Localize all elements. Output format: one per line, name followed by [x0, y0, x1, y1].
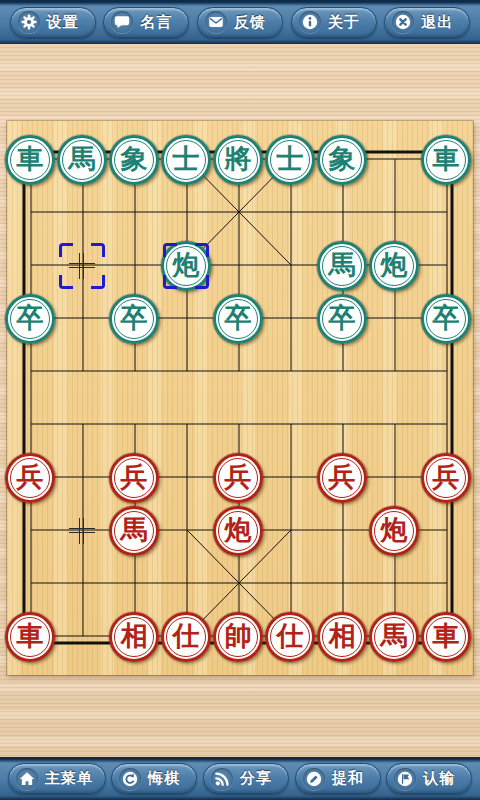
board-point-i3[interactable]: 卒	[420, 292, 472, 345]
piece-red-horse[interactable]: 馬	[369, 612, 419, 662]
board-point-b6[interactable]	[56, 451, 108, 504]
board-point-d3[interactable]	[160, 292, 212, 345]
piece-character: 炮	[225, 516, 252, 543]
topbar-button-label: 反馈	[234, 13, 266, 32]
board-point-a8[interactable]	[4, 557, 56, 610]
board-point-a3[interactable]: 卒	[4, 292, 56, 345]
topbar-button-label: 关于	[328, 13, 360, 32]
topbar-button-4[interactable]: 关于	[291, 7, 377, 38]
topbar-button-3[interactable]: 反馈	[197, 7, 283, 38]
topbar-button-2[interactable]: 名言	[103, 7, 189, 38]
piece-black-horse[interactable]: 馬	[317, 241, 367, 291]
piece-character: 兵	[17, 463, 44, 490]
piece-character: 馬	[381, 622, 408, 649]
board-point-c1[interactable]	[108, 186, 160, 239]
piece-character: 馬	[121, 516, 148, 543]
board-point-i9[interactable]: 車	[420, 610, 472, 663]
close-icon	[392, 11, 414, 33]
board-point-c9[interactable]: 相	[108, 610, 160, 663]
piece-black-advisor[interactable]: 士	[161, 135, 211, 185]
bottombar-button-5[interactable]: 认输	[386, 763, 472, 794]
board-point-c8[interactable]	[108, 557, 160, 610]
app-screen: 设置名言反馈关于退出 車馬象士將士象車炮馬炮卒卒卒卒卒兵兵兵兵兵馬炮炮車相仕帥仕…	[0, 0, 480, 800]
piece-red-elephant[interactable]: 相	[109, 612, 159, 662]
piece-black-soldier[interactable]: 卒	[109, 294, 159, 344]
board-point-e9[interactable]: 帥	[212, 610, 264, 663]
piece-character: 車	[433, 145, 460, 172]
board-point-f3[interactable]	[264, 292, 316, 345]
board-point-b8[interactable]	[56, 557, 108, 610]
piece-character: 相	[121, 622, 148, 649]
board-point-d9[interactable]: 仕	[160, 610, 212, 663]
piece-red-chariot[interactable]: 車	[421, 612, 471, 662]
speech-icon	[111, 11, 133, 33]
board-point-a9[interactable]: 車	[4, 610, 56, 663]
board-point-h6[interactable]	[368, 451, 420, 504]
bottom-toolbar: 主菜单悔棋分享提和认输	[0, 757, 480, 800]
undo-icon	[119, 768, 141, 790]
board-point-d7[interactable]	[160, 504, 212, 557]
board-point-c3[interactable]: 卒	[108, 292, 160, 345]
board-point-i7[interactable]	[420, 504, 472, 557]
piece-red-chariot[interactable]: 車	[5, 612, 55, 662]
pencil-icon	[303, 768, 325, 790]
piece-character: 車	[17, 622, 44, 649]
topbar-button-1[interactable]: 设置	[10, 7, 96, 38]
last-move-from-marker	[59, 243, 105, 289]
board-point-g5[interactable]	[316, 398, 368, 451]
board-point-d4[interactable]	[160, 345, 212, 398]
board-point-b7[interactable]	[56, 504, 108, 557]
piece-character: 馬	[69, 145, 96, 172]
bottombar-button-3[interactable]: 分享	[203, 763, 289, 794]
board-point-h5[interactable]	[368, 398, 420, 451]
crosshair-marker	[67, 251, 97, 281]
piece-character: 卒	[17, 304, 44, 331]
piece-black-elephant[interactable]: 象	[109, 135, 159, 185]
board-point-a7[interactable]	[4, 504, 56, 557]
board-point-f6[interactable]	[264, 451, 316, 504]
board-point-f4[interactable]	[264, 345, 316, 398]
rss-icon	[211, 768, 233, 790]
board-point-a6[interactable]: 兵	[4, 451, 56, 504]
board-point-f0[interactable]: 士	[264, 133, 316, 186]
board-point-h1[interactable]	[368, 186, 420, 239]
board-point-b0[interactable]: 馬	[56, 133, 108, 186]
piece-character: 將	[225, 145, 252, 172]
board-point-h9[interactable]: 馬	[368, 610, 420, 663]
board-point-e7[interactable]: 炮	[212, 504, 264, 557]
bottombar-button-label: 提和	[332, 769, 364, 788]
board-point-e8[interactable]	[212, 557, 264, 610]
piece-red-soldier[interactable]: 兵	[109, 453, 159, 503]
board-point-g1[interactable]	[316, 186, 368, 239]
piece-character: 炮	[173, 251, 200, 278]
piece-red-horse[interactable]: 馬	[109, 506, 159, 556]
board-point-b1[interactable]	[56, 186, 108, 239]
topbar-button-label: 退出	[421, 13, 453, 32]
board-point-g8[interactable]	[316, 557, 368, 610]
bottombar-button-label: 分享	[240, 769, 272, 788]
piece-character: 帥	[225, 622, 252, 649]
piece-character: 相	[329, 622, 356, 649]
board-point-h2[interactable]: 炮	[368, 239, 420, 292]
topbar-button-5[interactable]: 退出	[384, 7, 470, 38]
piece-character: 仕	[173, 622, 200, 649]
xiangqi-board[interactable]: 車馬象士將士象車炮馬炮卒卒卒卒卒兵兵兵兵兵馬炮炮車相仕帥仕相馬車	[7, 121, 473, 675]
board-point-d2[interactable]: 炮	[160, 239, 212, 292]
piece-character: 兵	[121, 463, 148, 490]
board-point-h8[interactable]	[368, 557, 420, 610]
board-point-g4[interactable]	[316, 345, 368, 398]
topbar-button-label: 名言	[140, 13, 172, 32]
board-point-b9[interactable]	[56, 610, 108, 663]
crosshair-marker	[67, 516, 97, 546]
board-point-d5[interactable]	[160, 398, 212, 451]
bottombar-button-label: 悔棋	[148, 769, 180, 788]
board-point-g0[interactable]: 象	[316, 133, 368, 186]
board-point-e6[interactable]: 兵	[212, 451, 264, 504]
envelope-icon	[205, 11, 227, 33]
piece-red-advisor[interactable]: 仕	[161, 612, 211, 662]
piece-red-elephant[interactable]: 相	[317, 612, 367, 662]
board-point-c0[interactable]: 象	[108, 133, 160, 186]
board-point-b2[interactable]	[56, 239, 108, 292]
board-point-i4[interactable]	[420, 345, 472, 398]
piece-character: 炮	[381, 516, 408, 543]
board-point-a2[interactable]	[4, 239, 56, 292]
piece-red-cannon[interactable]: 炮	[213, 506, 263, 556]
board-point-f7[interactable]	[264, 504, 316, 557]
bottombar-button-label: 主菜单	[45, 769, 93, 788]
bottombar-button-4[interactable]: 提和	[295, 763, 381, 794]
piece-character: 士	[173, 145, 200, 172]
board-point-e0[interactable]: 將	[212, 133, 264, 186]
board-point-h3[interactable]	[368, 292, 420, 345]
piece-black-horse[interactable]: 馬	[57, 135, 107, 185]
board-point-c4[interactable]	[108, 345, 160, 398]
piece-red-soldier[interactable]: 兵	[317, 453, 367, 503]
board-point-c6[interactable]: 兵	[108, 451, 160, 504]
board-point-e3[interactable]: 卒	[212, 292, 264, 345]
piece-red-soldier[interactable]: 兵	[213, 453, 263, 503]
piece-black-elephant[interactable]: 象	[317, 135, 367, 185]
piece-red-general[interactable]: 帥	[213, 612, 263, 662]
piece-character: 卒	[433, 304, 460, 331]
piece-red-soldier[interactable]: 兵	[421, 453, 471, 503]
piece-character: 仕	[277, 622, 304, 649]
board-point-g9[interactable]: 相	[316, 610, 368, 663]
board-point-d6[interactable]	[160, 451, 212, 504]
piece-character: 兵	[225, 463, 252, 490]
board-point-b5[interactable]	[56, 398, 108, 451]
piece-black-soldier[interactable]: 卒	[317, 294, 367, 344]
board-point-f8[interactable]	[264, 557, 316, 610]
board-point-i8[interactable]	[420, 557, 472, 610]
board-point-b3[interactable]	[56, 292, 108, 345]
piece-character: 卒	[329, 304, 356, 331]
board-point-e2[interactable]	[212, 239, 264, 292]
board-point-f2[interactable]	[264, 239, 316, 292]
piece-black-soldier[interactable]: 卒	[5, 294, 55, 344]
piece-black-soldier[interactable]: 卒	[213, 294, 263, 344]
board-point-f9[interactable]: 仕	[264, 610, 316, 663]
piece-character: 象	[121, 145, 148, 172]
board-point-h7[interactable]: 炮	[368, 504, 420, 557]
top-toolbar: 设置名言反馈关于退出	[0, 0, 480, 44]
info-icon	[299, 11, 321, 33]
bottombar-button-1[interactable]: 主菜单	[8, 763, 106, 794]
topbar-button-label: 设置	[47, 13, 79, 32]
piece-character: 車	[433, 622, 460, 649]
piece-character: 象	[329, 145, 356, 172]
board-point-d1[interactable]	[160, 186, 212, 239]
board-point-a0[interactable]: 車	[4, 133, 56, 186]
board-point-i5[interactable]	[420, 398, 472, 451]
board-point-i6[interactable]: 兵	[420, 451, 472, 504]
piece-black-advisor[interactable]: 士	[265, 135, 315, 185]
piece-character: 士	[277, 145, 304, 172]
board-point-e5[interactable]	[212, 398, 264, 451]
piece-character: 卒	[121, 304, 148, 331]
board-point-b4[interactable]	[56, 345, 108, 398]
piece-red-cannon[interactable]: 炮	[369, 506, 419, 556]
piece-red-advisor[interactable]: 仕	[265, 612, 315, 662]
board-point-e4[interactable]	[212, 345, 264, 398]
board-point-g6[interactable]: 兵	[316, 451, 368, 504]
board-point-f1[interactable]	[264, 186, 316, 239]
board-point-f5[interactable]	[264, 398, 316, 451]
board-point-c5[interactable]	[108, 398, 160, 451]
board-point-g2[interactable]: 馬	[316, 239, 368, 292]
bottombar-button-label: 认输	[423, 769, 455, 788]
piece-character: 卒	[225, 304, 252, 331]
board-point-a4[interactable]	[4, 345, 56, 398]
board-point-h0[interactable]	[368, 133, 420, 186]
board-point-i2[interactable]	[420, 239, 472, 292]
gear-icon	[18, 11, 40, 33]
home-icon	[16, 768, 38, 790]
piece-character: 馬	[329, 251, 356, 278]
board-point-i1[interactable]	[420, 186, 472, 239]
board-point-c7[interactable]: 馬	[108, 504, 160, 557]
board-point-e1[interactable]	[212, 186, 264, 239]
board-point-c2[interactable]	[108, 239, 160, 292]
board-point-g7[interactable]	[316, 504, 368, 557]
piece-character: 車	[17, 145, 44, 172]
flag-icon	[394, 768, 416, 790]
piece-black-cannon[interactable]: 炮	[161, 241, 211, 291]
bottombar-button-2[interactable]: 悔棋	[111, 763, 197, 794]
piece-red-soldier[interactable]: 兵	[5, 453, 55, 503]
board-point-h4[interactable]	[368, 345, 420, 398]
piece-black-chariot[interactable]: 車	[5, 135, 55, 185]
piece-character: 炮	[381, 251, 408, 278]
board-point-a1[interactable]	[4, 186, 56, 239]
board-point-a5[interactable]	[4, 398, 56, 451]
board-point-g3[interactable]: 卒	[316, 292, 368, 345]
board-point-i0[interactable]: 車	[420, 133, 472, 186]
piece-black-soldier[interactable]: 卒	[421, 294, 471, 344]
piece-black-general[interactable]: 將	[213, 135, 263, 185]
piece-black-cannon[interactable]: 炮	[369, 241, 419, 291]
board-point-d8[interactable]	[160, 557, 212, 610]
piece-character: 兵	[329, 463, 356, 490]
piece-character: 兵	[433, 463, 460, 490]
board-grid: 車馬象士將士象車炮馬炮卒卒卒卒卒兵兵兵兵兵馬炮炮車相仕帥仕相馬車	[4, 133, 472, 663]
board-point-d0[interactable]: 士	[160, 133, 212, 186]
piece-black-chariot[interactable]: 車	[421, 135, 471, 185]
